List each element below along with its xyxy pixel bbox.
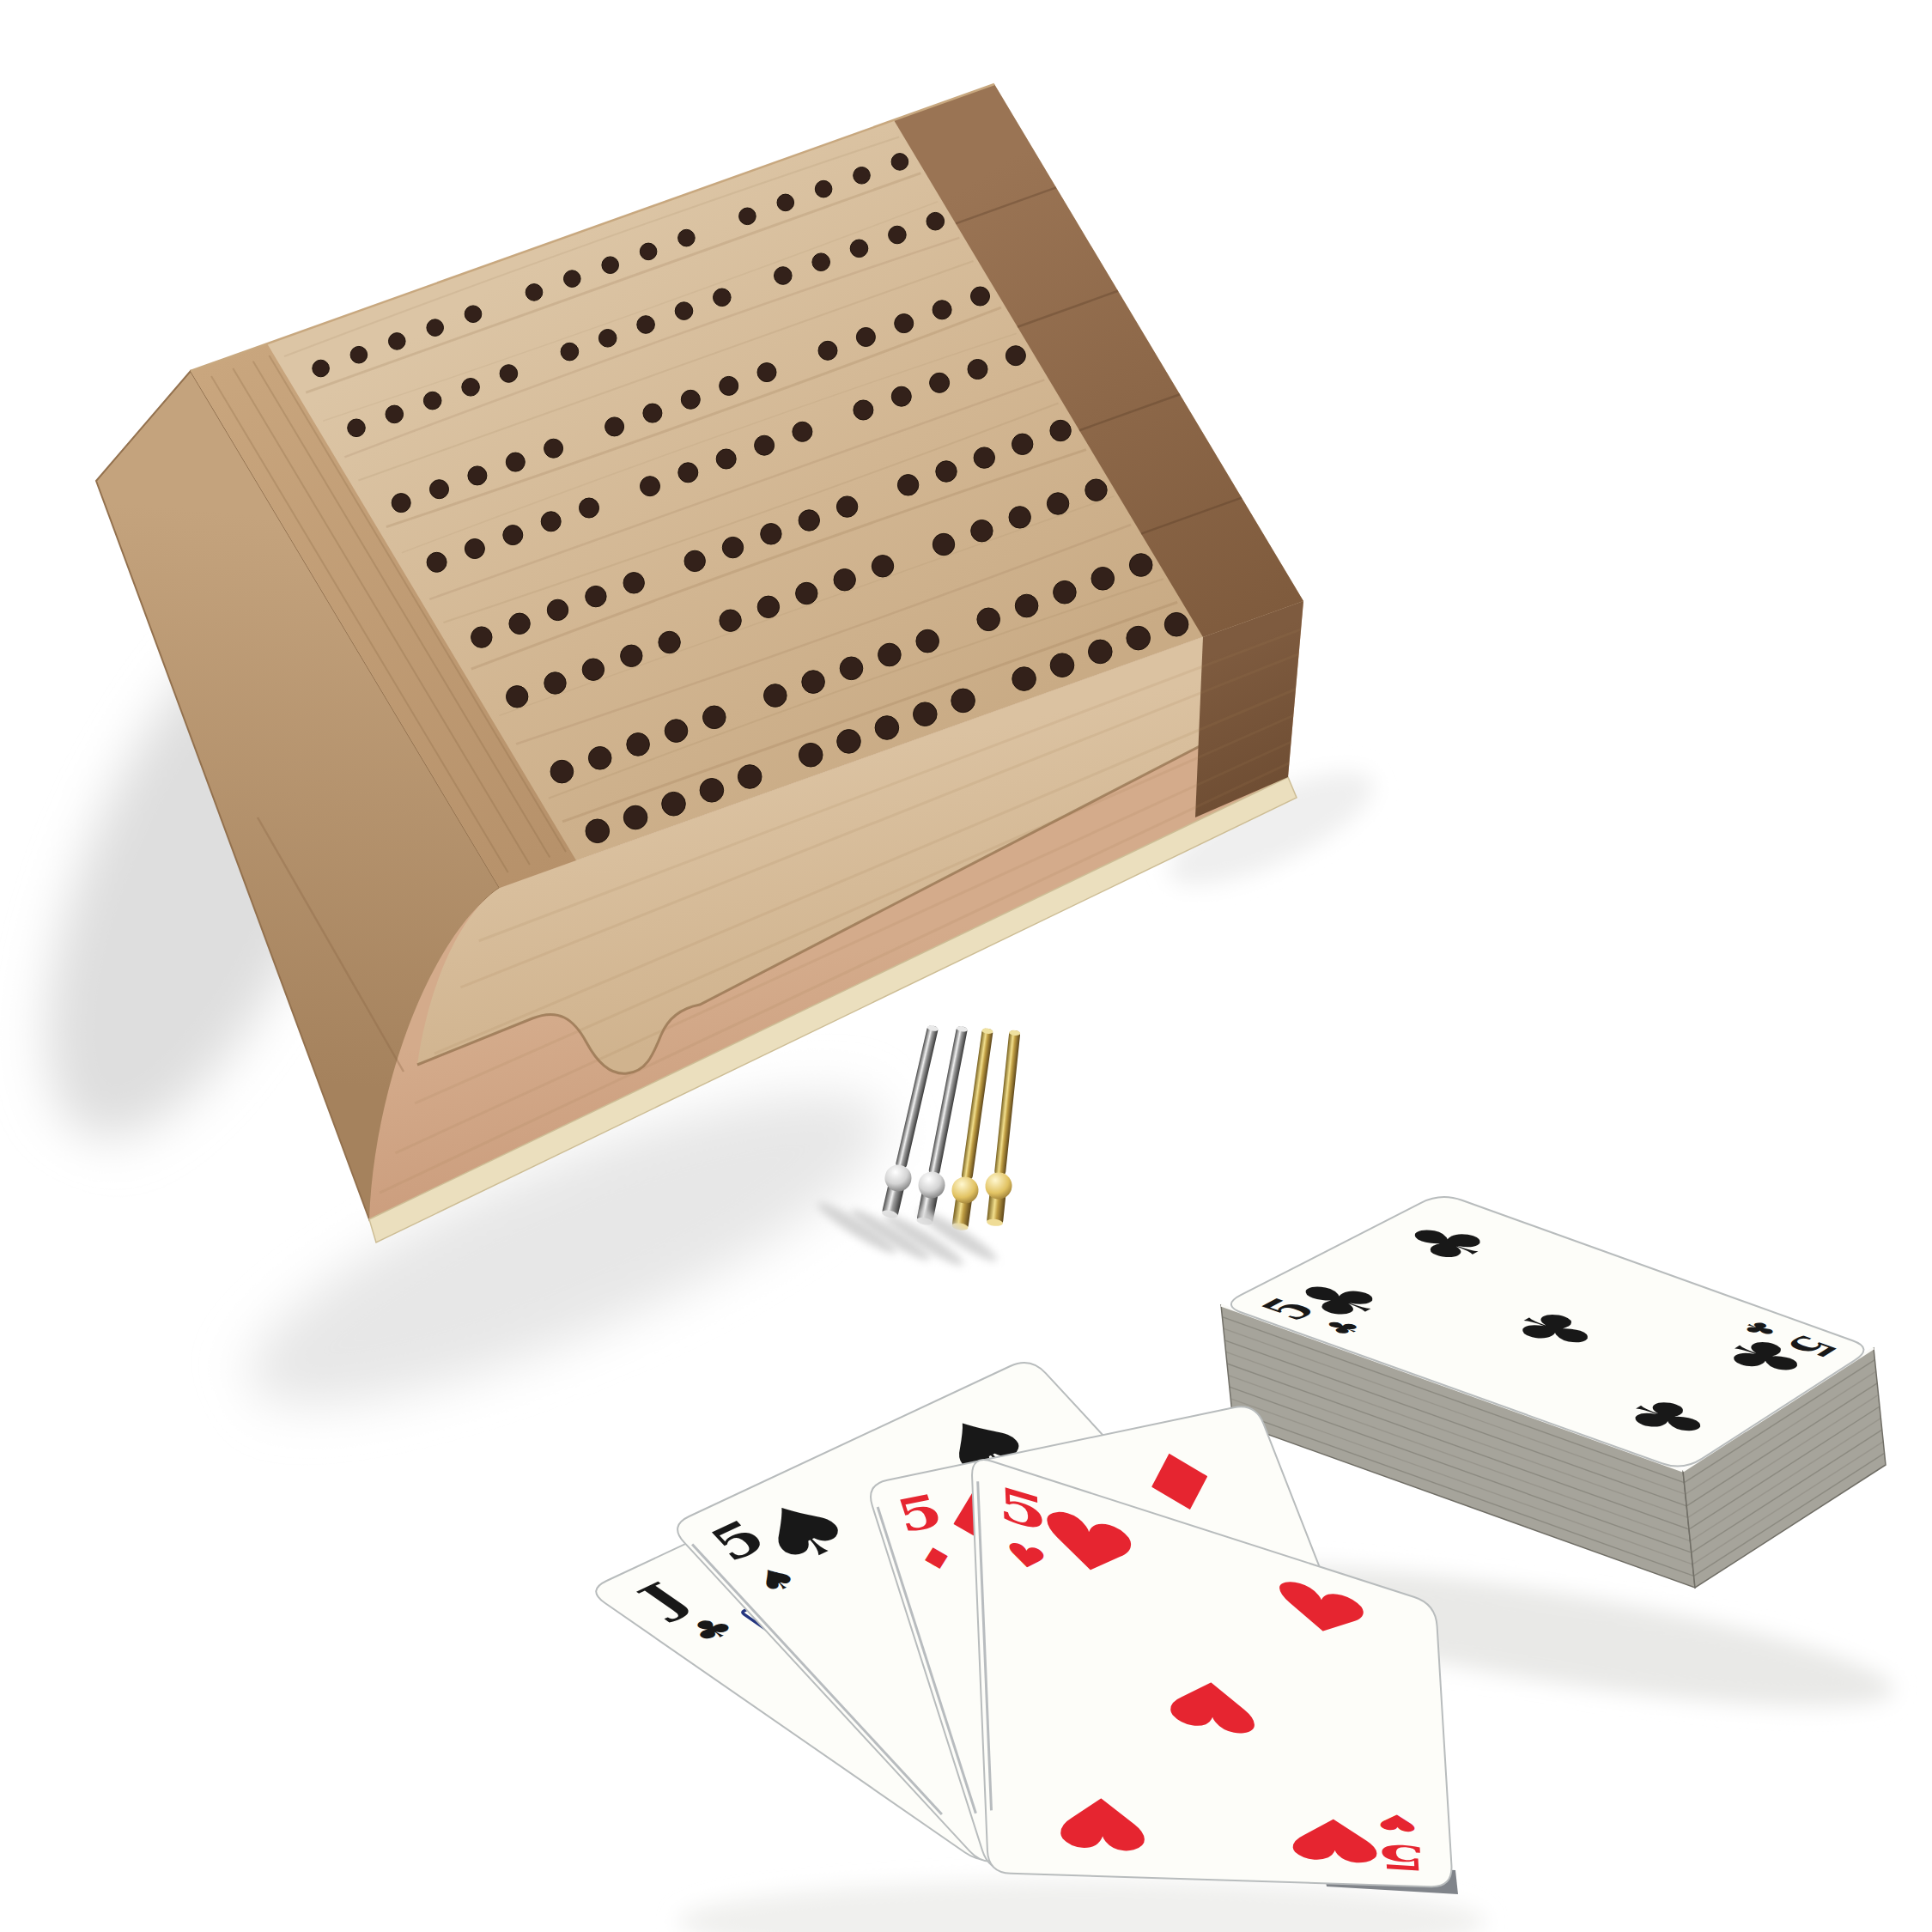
peg-hole-r3 <box>818 341 837 360</box>
peg-hole-r2 <box>675 302 693 320</box>
peg-hole-r7 <box>627 733 650 756</box>
peg-hole-r1 <box>739 208 756 225</box>
peg-hole-r8 <box>623 805 647 829</box>
peg-hole-r5 <box>799 510 819 531</box>
peg-hole-r8 <box>1089 640 1113 664</box>
peg-hole-r3 <box>933 301 951 319</box>
peg-hole-r3 <box>856 328 875 347</box>
peg-hole-r6 <box>1047 493 1068 514</box>
scene-canvas: ♣♣♣♣♣5♣5♣ J♣J♣♠♠♠♠♠5♠5♠♦♦♦♦♦5♦5♦♥♥♥♥♥5♥5… <box>0 0 1932 1932</box>
peg-hole-r1 <box>640 243 657 260</box>
peg-hole-r3 <box>506 453 525 471</box>
peg-hole-r1 <box>854 167 871 185</box>
peg-ball-head <box>984 1171 1013 1200</box>
peg-hole-r6 <box>796 582 817 604</box>
peg-hole-r6 <box>757 596 779 617</box>
peg-shaft <box>961 1028 993 1181</box>
peg-hole-r2 <box>598 330 617 348</box>
peg-hole-r2 <box>462 379 480 397</box>
peg-hole-r1 <box>313 360 330 377</box>
peg-hole-r8 <box>951 689 975 713</box>
peg-hole-r3 <box>895 314 914 333</box>
peg-hole-r6 <box>720 610 741 631</box>
peg-hole-r5 <box>1050 420 1071 440</box>
peg-hole-r1 <box>389 333 406 350</box>
peg-hole-r6 <box>621 645 642 666</box>
peg-hole-r7 <box>703 706 726 729</box>
peg-hole-r7 <box>878 643 902 666</box>
peg-hole-r8 <box>586 819 610 843</box>
peg-hole-r7 <box>588 747 611 770</box>
peg-hole-r7 <box>1054 580 1077 604</box>
peg-hole-r4 <box>641 477 660 496</box>
peg-hole-r8 <box>1164 612 1188 636</box>
peg-hole-r4 <box>793 422 812 441</box>
peg-hole-r5 <box>936 461 957 482</box>
peg-hole-r1 <box>678 229 696 246</box>
peg-hole-r5 <box>1012 434 1033 454</box>
peg-hole-r6 <box>544 672 566 694</box>
peg-hole-r3 <box>643 404 662 422</box>
peg-hole-r2 <box>637 316 655 334</box>
peg-hole-r5 <box>586 586 606 606</box>
peg-hole-r4 <box>716 449 736 469</box>
peg-hole-r3 <box>971 287 990 306</box>
peg-hole-r4 <box>891 386 911 406</box>
peg-hole-r8 <box>837 730 861 754</box>
peg-hole-r3 <box>720 376 738 395</box>
peg-hole-r2 <box>386 405 404 423</box>
peg-hole-r6 <box>507 686 528 708</box>
peg-hole-r3 <box>430 480 449 499</box>
peg-hole-r4 <box>427 552 447 572</box>
peg-hole-r2 <box>500 365 518 383</box>
peg-hole-r3 <box>544 439 563 458</box>
peg-hole-r6 <box>1085 479 1107 501</box>
peg-hole-r2 <box>927 212 945 230</box>
peg-ball-head <box>882 1162 914 1194</box>
peg-hole-r1 <box>564 270 581 288</box>
peg-hole-r4 <box>580 498 599 518</box>
peg-hole-r1 <box>815 180 832 197</box>
peg-hole-r6 <box>659 631 680 653</box>
peg-hole-r3 <box>605 417 624 436</box>
peg-hole-r2 <box>561 343 579 361</box>
peg-hole-r2 <box>775 267 793 285</box>
peg-hole-r1 <box>891 154 908 171</box>
peg-hole-r7 <box>1091 568 1115 591</box>
peg-ball-head <box>916 1170 947 1200</box>
peg-hole-r3 <box>468 466 487 485</box>
peg-hole-r5 <box>684 550 705 571</box>
peg-hole-r5 <box>836 496 857 517</box>
peg-hole-r4 <box>968 360 987 380</box>
peg-hole-r4 <box>503 526 523 545</box>
peg-hole-r2 <box>423 392 441 410</box>
peg-hole-r4 <box>678 463 698 483</box>
peg-hole-r6 <box>971 520 993 542</box>
peg-hole-r7 <box>1015 594 1038 617</box>
peg-hole-r6 <box>1009 507 1030 528</box>
peg-hole-r8 <box>1127 626 1151 650</box>
peg-hole-r2 <box>812 253 830 271</box>
peg-hole-r5 <box>974 447 994 468</box>
peg-hole-r5 <box>761 524 781 544</box>
peg-hole-r7 <box>550 760 574 783</box>
peg-hole-r7 <box>802 671 825 694</box>
peg-hole-r8 <box>1050 653 1074 677</box>
peg-hole-r5 <box>623 573 644 593</box>
peg-hole-r7 <box>665 720 688 743</box>
peg-hole-r5 <box>471 627 492 647</box>
peg-hole-r8 <box>738 765 762 789</box>
peg-hole-r5 <box>897 475 918 495</box>
peg-hole-r3 <box>392 494 410 513</box>
peg-hole-r4 <box>854 400 873 420</box>
peg-hole-r4 <box>465 539 484 559</box>
product-photo-cribbage-set: ♣♣♣♣♣5♣5♣ J♣J♣♠♠♠♠♠5♠5♠♦♦♦♦♦5♦5♦♥♥♥♥♥5♥5… <box>0 0 1932 1932</box>
peg-hole-r3 <box>681 390 700 409</box>
peg-hole-r8 <box>799 743 823 767</box>
peg-hole-r7 <box>764 684 787 708</box>
peg-shaft <box>895 1024 939 1170</box>
peg-hole-r1 <box>427 319 444 337</box>
peg-hole-r5 <box>722 537 743 557</box>
peg-shaft <box>994 1030 1021 1176</box>
cribbage-board <box>96 84 1303 1242</box>
peg-hole-r2 <box>348 419 366 437</box>
peg-hole-r5 <box>547 599 568 620</box>
card-deck: ♣♣♣♣♣5♣5♣ <box>1221 1197 1886 1588</box>
card-suit-pip: ♥ <box>1376 1807 1419 1837</box>
peg-hole-r1 <box>777 194 794 211</box>
peg-hole-r6 <box>872 556 893 577</box>
peg-hole-r5 <box>509 613 530 634</box>
peg-hole-r2 <box>714 289 732 307</box>
peg-hole-r8 <box>875 716 899 740</box>
peg-hole-r6 <box>933 533 954 555</box>
peg-hole-r1 <box>602 257 619 274</box>
peg-hole-r2 <box>889 226 907 244</box>
peg-hole-r6 <box>582 659 604 680</box>
card-rank-index: 5 <box>1376 1837 1427 1879</box>
peg-ball-head <box>950 1175 980 1205</box>
peg-hole-r1 <box>465 306 482 323</box>
peg-hole-r4 <box>930 373 950 392</box>
peg-hole-r7 <box>977 608 1000 631</box>
peg-hole-r4 <box>1005 346 1025 366</box>
peg-hole-r1 <box>350 346 368 363</box>
peg-hole-r8 <box>662 792 686 816</box>
peg-hole-r8 <box>914 702 938 726</box>
card-suit-pip: ♥ <box>1048 1778 1157 1867</box>
card-suit-pip: ♥ <box>1280 1802 1388 1877</box>
peg-shaft <box>928 1025 968 1176</box>
peg-hole-r8 <box>700 779 724 803</box>
peg-hole-r7 <box>916 629 939 653</box>
peg-hole-r3 <box>757 363 776 382</box>
peg-hole-r8 <box>1012 667 1036 691</box>
peg-hole-r2 <box>850 240 868 258</box>
peg-hole-r7 <box>840 657 863 680</box>
peg-hole-r1 <box>526 284 543 301</box>
peg-hole-r6 <box>834 569 855 591</box>
peg-hole-r4 <box>755 435 775 455</box>
peg-hole-r4 <box>541 512 561 532</box>
peg-hole-r7 <box>1129 554 1152 577</box>
